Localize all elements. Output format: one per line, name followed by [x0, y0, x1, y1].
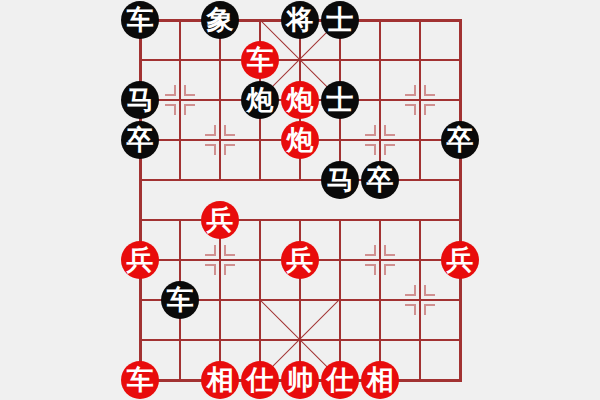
grid-line-vertical [179, 20, 181, 180]
grid-line-vertical [419, 20, 421, 180]
position-marker [384, 125, 395, 136]
position-marker [365, 125, 376, 136]
position-marker [165, 104, 176, 115]
piece-glyph: 士 [327, 87, 354, 114]
piece-red-elephant[interactable]: 相 [201, 361, 239, 399]
position-marker [424, 104, 435, 115]
piece-glyph: 炮 [247, 87, 274, 114]
position-marker [365, 264, 376, 275]
piece-red-elephant[interactable]: 相 [361, 361, 399, 399]
piece-red-cannon[interactable]: 炮 [281, 81, 319, 119]
app-background: 车象将士车马炮炮士卒炮卒马卒兵兵兵兵车车相仕帅仕相 [0, 0, 600, 400]
grid-line-vertical [419, 220, 421, 380]
grid-line-vertical [379, 220, 381, 380]
position-marker [384, 264, 395, 275]
piece-glyph: 兵 [207, 207, 234, 234]
position-marker [384, 144, 395, 155]
position-marker [365, 245, 376, 256]
piece-glyph: 帅 [287, 367, 314, 394]
grid-line-vertical [459, 20, 462, 380]
piece-red-soldier[interactable]: 兵 [281, 241, 319, 279]
position-marker [224, 245, 235, 256]
piece-glyph: 马 [327, 167, 354, 194]
piece-red-advisor[interactable]: 仕 [241, 361, 279, 399]
piece-glyph: 士 [327, 7, 354, 34]
piece-glyph: 仕 [247, 367, 274, 394]
piece-black-general[interactable]: 将 [281, 1, 319, 39]
piece-black-soldier[interactable]: 卒 [361, 161, 399, 199]
position-marker [224, 144, 235, 155]
piece-glyph: 兵 [127, 247, 154, 274]
piece-black-horse[interactable]: 马 [121, 81, 159, 119]
piece-red-soldier[interactable]: 兵 [441, 241, 479, 279]
piece-glyph: 相 [367, 367, 394, 394]
position-marker [424, 285, 435, 296]
piece-black-advisor[interactable]: 士 [321, 81, 359, 119]
position-marker [424, 85, 435, 96]
piece-black-cannon[interactable]: 炮 [241, 81, 279, 119]
position-marker [184, 104, 195, 115]
piece-black-advisor[interactable]: 士 [321, 1, 359, 39]
piece-black-horse[interactable]: 马 [321, 161, 359, 199]
piece-glyph: 卒 [127, 127, 154, 154]
piece-black-soldier[interactable]: 卒 [121, 121, 159, 159]
piece-glyph: 炮 [287, 127, 314, 154]
piece-red-cannon[interactable]: 炮 [281, 121, 319, 159]
piece-red-general[interactable]: 帅 [281, 361, 319, 399]
grid-line-vertical [219, 220, 221, 380]
position-marker [165, 85, 176, 96]
piece-red-chariot[interactable]: 车 [241, 41, 279, 79]
piece-glyph: 车 [167, 287, 194, 314]
grid-line-vertical [139, 20, 142, 380]
piece-glyph: 马 [127, 87, 154, 114]
position-marker [184, 85, 195, 96]
position-marker [205, 245, 216, 256]
piece-glyph: 将 [287, 7, 314, 34]
position-marker [405, 304, 416, 315]
position-marker [424, 304, 435, 315]
piece-red-soldier[interactable]: 兵 [121, 241, 159, 279]
position-marker [205, 144, 216, 155]
piece-glyph: 仕 [327, 367, 354, 394]
position-marker [224, 125, 235, 136]
grid-line-vertical [379, 20, 381, 180]
piece-black-chariot[interactable]: 车 [161, 281, 199, 319]
piece-black-soldier[interactable]: 卒 [441, 121, 479, 159]
piece-red-soldier[interactable]: 兵 [201, 201, 239, 239]
piece-glyph: 兵 [287, 247, 314, 274]
piece-glyph: 象 [207, 7, 234, 34]
position-marker [205, 264, 216, 275]
piece-glyph: 车 [127, 367, 154, 394]
position-marker [405, 285, 416, 296]
piece-glyph: 相 [207, 367, 234, 394]
piece-red-advisor[interactable]: 仕 [321, 361, 359, 399]
piece-black-chariot[interactable]: 车 [121, 1, 159, 39]
grid-line-vertical [219, 20, 221, 180]
piece-glyph: 车 [247, 47, 274, 74]
position-marker [405, 85, 416, 96]
piece-glyph: 兵 [447, 247, 474, 274]
piece-black-elephant[interactable]: 象 [201, 1, 239, 39]
xiangqi-board[interactable]: 车象将士车马炮炮士卒炮卒马卒兵兵兵兵车车相仕帅仕相 [0, 0, 600, 400]
piece-red-chariot[interactable]: 车 [121, 361, 159, 399]
position-marker [224, 264, 235, 275]
position-marker [405, 104, 416, 115]
piece-glyph: 卒 [447, 127, 474, 154]
piece-glyph: 炮 [287, 87, 314, 114]
position-marker [365, 144, 376, 155]
piece-glyph: 车 [127, 7, 154, 34]
position-marker [384, 245, 395, 256]
piece-glyph: 卒 [367, 167, 394, 194]
position-marker [205, 125, 216, 136]
